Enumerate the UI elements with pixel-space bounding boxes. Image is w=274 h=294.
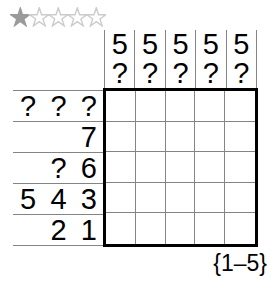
grid-cell[interactable] [106,152,136,183]
row-clue-value: ? [74,91,104,121]
column-clue-3: 5 ? [165,30,195,88]
row-clue-value: ? [43,153,73,183]
star-icon [30,8,49,26]
grid-cell[interactable] [225,213,255,244]
grid-cell[interactable] [106,213,136,244]
column-clue-value: ? [196,59,225,88]
row-clue-value: 3 [74,184,104,214]
grid-cell[interactable] [106,122,136,153]
row-clue-value: 2 [43,215,73,245]
row-clue-1: ? ? ? [13,90,104,121]
column-clue-value: ? [105,59,134,88]
row-clues: ? ? ? 7 ? 6 5 4 3 2 1 [13,90,104,246]
row-clue-value [13,122,43,152]
row-clue-value: ? [13,91,43,121]
column-clue-2: 5 ? [134,30,164,88]
grid-cell[interactable] [136,152,166,183]
row-clue-value: 4 [43,184,73,214]
column-clue-value: ? [166,59,195,88]
star-icon [68,8,87,26]
grid-cell[interactable] [166,91,196,122]
column-clue-1: 5 ? [104,30,134,88]
grid-cell[interactable] [136,213,166,244]
puzzle-grid [103,88,258,247]
digit-range-label: {1–5} [213,252,267,275]
column-clue-value: 5 [227,30,256,59]
star-icon [87,8,106,26]
column-clue-4: 5 ? [195,30,225,88]
grid-cell[interactable] [225,122,255,153]
row-clue-value: 5 [13,184,43,214]
grid-cell[interactable] [106,183,136,214]
row-clue-2: 7 [13,121,104,152]
grid-cell[interactable] [166,183,196,214]
row-clue-value [13,153,43,183]
row-clue-value [43,122,73,152]
grid-cell[interactable] [195,152,225,183]
row-clue-4: 5 4 3 [13,183,104,214]
column-clue-value: ? [227,59,256,88]
grid-cell[interactable] [225,152,255,183]
star-icon [49,8,68,26]
grid-cell[interactable] [195,213,225,244]
star-icon [11,8,30,26]
row-clue-value [13,215,43,245]
row-clue-value: 1 [74,215,104,245]
grid-cell[interactable] [166,152,196,183]
column-clue-value: 5 [166,30,195,59]
grid-cell[interactable] [166,122,196,153]
row-clue-value: 7 [74,122,104,152]
grid-cell[interactable] [106,91,136,122]
difficulty-rating [10,7,106,27]
grid-cell[interactable] [225,183,255,214]
row-clue-5: 2 1 [13,214,104,246]
row-clue-3: ? 6 [13,152,104,183]
grid-cell[interactable] [195,122,225,153]
row-clue-value: 6 [74,153,104,183]
column-clue-value: 5 [196,30,225,59]
column-clues: 5 ? 5 ? 5 ? 5 ? 5 ? [104,30,257,88]
column-clue-value: ? [135,59,164,88]
grid-cell[interactable] [136,122,166,153]
row-clue-value: ? [43,91,73,121]
grid-cell[interactable] [195,183,225,214]
puzzle-page: 5 ? 5 ? 5 ? 5 ? 5 ? ? ? ? 7 [0,0,274,294]
grid-cell[interactable] [166,213,196,244]
column-clue-5: 5 ? [226,30,257,88]
grid-cell[interactable] [195,91,225,122]
grid-cell[interactable] [136,91,166,122]
grid-cell[interactable] [136,183,166,214]
grid-cell[interactable] [225,91,255,122]
column-clue-value: 5 [135,30,164,59]
column-clue-value: 5 [105,30,134,59]
